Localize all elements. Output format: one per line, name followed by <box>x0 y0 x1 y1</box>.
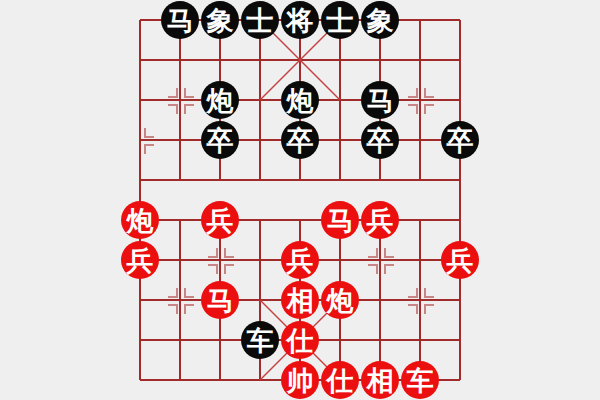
piece-black-advisor[interactable]: 士 <box>321 1 359 39</box>
piece-black-cannon[interactable]: 炮 <box>201 81 239 119</box>
piece-black-elephant[interactable]: 象 <box>361 1 399 39</box>
board-point: 士 <box>240 0 280 40</box>
board-point: 炮 <box>280 80 320 120</box>
piece-black-cannon[interactable]: 炮 <box>281 81 319 119</box>
board-point: 相 <box>280 280 320 320</box>
piece-red-soldier[interactable]: 兵 <box>441 241 479 279</box>
board-point: 炮 <box>200 80 240 120</box>
piece-red-soldier[interactable]: 兵 <box>121 241 159 279</box>
piece-red-cannon[interactable]: 炮 <box>121 201 159 239</box>
board-point: 炮 <box>320 280 360 320</box>
board-point: 帅 <box>280 360 320 400</box>
piece-black-soldier[interactable]: 卒 <box>361 121 399 159</box>
piece-red-soldier[interactable]: 兵 <box>281 241 319 279</box>
piece-red-advisor[interactable]: 仕 <box>281 321 319 359</box>
board-point: 炮 <box>120 200 160 240</box>
board-point: 相 <box>360 360 400 400</box>
piece-black-advisor[interactable]: 士 <box>241 1 279 39</box>
board-point: 兵 <box>200 200 240 240</box>
piece-black-general[interactable]: 将 <box>281 1 319 39</box>
piece-red-soldier[interactable]: 兵 <box>201 201 239 239</box>
board-point: 马 <box>160 0 200 40</box>
star-point-marker <box>200 240 240 280</box>
board-point: 车 <box>400 360 440 400</box>
board-point: 象 <box>200 0 240 40</box>
piece-black-soldier[interactable]: 卒 <box>441 121 479 159</box>
star-point-marker <box>400 80 440 120</box>
board-point: 马 <box>320 200 360 240</box>
board-point: 象 <box>360 0 400 40</box>
board-point: 马 <box>200 280 240 320</box>
board-point: 将 <box>280 0 320 40</box>
piece-black-soldier[interactable]: 卒 <box>201 121 239 159</box>
piece-red-horse[interactable]: 马 <box>201 281 239 319</box>
xiangqi-board-screenshot: 马象士将士象炮炮马卒卒卒卒车炮兵马兵兵兵兵马相炮仕帅仕相车 <box>0 0 600 400</box>
piece-red-chariot[interactable]: 车 <box>401 361 439 399</box>
board-point: 车 <box>240 320 280 360</box>
piece-red-elephant[interactable]: 相 <box>281 281 319 319</box>
xiangqi-board: 马象士将士象炮炮马卒卒卒卒车炮兵马兵兵兵兵马相炮仕帅仕相车 <box>120 0 480 400</box>
piece-black-elephant[interactable]: 象 <box>201 1 239 39</box>
piece-red-cannon[interactable]: 炮 <box>321 281 359 319</box>
piece-red-advisor[interactable]: 仕 <box>321 361 359 399</box>
piece-red-general[interactable]: 帅 <box>281 361 319 399</box>
board-point: 士 <box>320 0 360 40</box>
piece-red-soldier[interactable]: 兵 <box>361 201 399 239</box>
piece-black-soldier[interactable]: 卒 <box>281 121 319 159</box>
star-point-marker <box>400 280 440 320</box>
piece-red-elephant[interactable]: 相 <box>361 361 399 399</box>
star-point-marker <box>160 80 200 120</box>
board-point: 兵 <box>360 200 400 240</box>
board-point: 马 <box>360 80 400 120</box>
piece-red-horse[interactable]: 马 <box>321 201 359 239</box>
board-point: 仕 <box>320 360 360 400</box>
star-point-marker <box>160 280 200 320</box>
board-point: 仕 <box>280 320 320 360</box>
star-point-marker <box>120 120 160 160</box>
star-point-marker <box>360 240 400 280</box>
piece-black-horse[interactable]: 马 <box>361 81 399 119</box>
piece-black-horse[interactable]: 马 <box>161 1 199 39</box>
board-grid: 马象士将士象炮炮马卒卒卒卒车炮兵马兵兵兵兵马相炮仕帅仕相车 <box>120 0 480 400</box>
piece-black-chariot[interactable]: 车 <box>241 321 279 359</box>
